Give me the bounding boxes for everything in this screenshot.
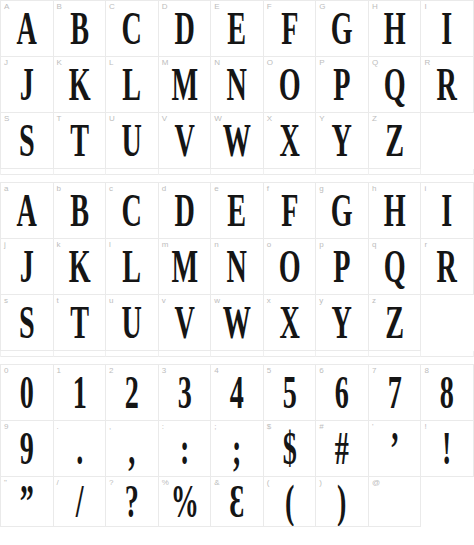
- char-glyph: 1: [64, 365, 95, 420]
- char-cell: &Ɛ: [211, 477, 264, 527]
- char-cell: uU: [106, 295, 159, 351]
- char-code-label: 9: [4, 422, 8, 432]
- char-cell: ##: [316, 421, 369, 477]
- char-glyph: B: [64, 183, 95, 238]
- char-code-label: $: [267, 422, 271, 432]
- char-cell: 11: [54, 365, 107, 421]
- char-glyph: F: [274, 1, 305, 56]
- char-glyph: 0: [11, 365, 42, 420]
- char-code-label: V: [162, 114, 167, 124]
- section-gap: [0, 175, 474, 182]
- char-code-label: b: [57, 184, 61, 194]
- char-cell: eE: [211, 183, 264, 239]
- char-code-label: O: [267, 58, 273, 68]
- char-cell: TT: [54, 113, 107, 169]
- char-code-label: &: [214, 478, 219, 488]
- char-glyph: E: [222, 183, 253, 238]
- char-code-label: Q: [372, 58, 378, 68]
- char-glyph: Y: [327, 113, 358, 168]
- char-code-label: ): [319, 478, 322, 488]
- char-code-label: X: [267, 114, 272, 124]
- char-code-label: ": [4, 478, 7, 488]
- char-glyph: I: [432, 183, 463, 238]
- char-glyph: C: [116, 183, 147, 238]
- char-code-label: #: [319, 422, 323, 432]
- char-code-label: R: [424, 58, 430, 68]
- char-cell: ::: [159, 421, 212, 477]
- char-code-label: k: [57, 240, 61, 250]
- spacer-cell: [159, 169, 212, 175]
- char-code-label: A: [4, 2, 9, 12]
- char-cell: %%: [159, 477, 212, 527]
- char-code-label: I: [424, 2, 426, 12]
- char-cell: VV: [159, 113, 212, 169]
- char-code-label: P: [319, 58, 324, 68]
- char-cell: FF: [264, 1, 317, 57]
- char-code-label: m: [162, 240, 169, 250]
- spacer-cell: [1, 169, 54, 175]
- char-glyph: U: [116, 295, 147, 350]
- char-glyph: Ɛ: [222, 477, 253, 526]
- spacer-cell: [106, 169, 159, 175]
- char-glyph: ”: [11, 477, 42, 526]
- char-cell: iI: [421, 183, 474, 239]
- char-code-label: y: [319, 296, 323, 306]
- char-glyph: 9: [11, 421, 42, 476]
- char-glyph: O: [274, 239, 305, 294]
- char-code-label: ?: [109, 478, 113, 488]
- char-code-label: !: [424, 422, 426, 432]
- char-cell: )): [316, 477, 369, 527]
- char-cell: oO: [264, 239, 317, 295]
- char-glyph: W: [222, 295, 253, 350]
- char-glyph: :: [169, 421, 200, 476]
- char-glyph: 3: [169, 365, 200, 420]
- char-cell: hH: [369, 183, 422, 239]
- spacer-cell: [369, 169, 422, 175]
- char-glyph: H: [379, 183, 410, 238]
- char-cell: ;;: [211, 421, 264, 477]
- spacer-cell: [264, 169, 317, 175]
- char-glyph: N: [222, 57, 253, 112]
- char-cell: RR: [421, 57, 474, 113]
- char-code-label: q: [372, 240, 376, 250]
- spacer-cell: [316, 351, 369, 357]
- char-cell: YY: [316, 113, 369, 169]
- char-glyph: 6: [327, 365, 358, 420]
- char-glyph: A: [11, 183, 42, 238]
- char-cell: gG: [316, 183, 369, 239]
- char-cell: HH: [369, 1, 422, 57]
- char-cell: GG: [316, 1, 369, 57]
- char-glyph: N: [222, 239, 253, 294]
- char-cell: ??: [106, 477, 159, 527]
- char-cell: WW: [211, 113, 264, 169]
- char-glyph: W: [222, 113, 253, 168]
- char-code-label: 6: [319, 366, 323, 376]
- char-glyph: C: [116, 1, 147, 56]
- char-code-label: T: [57, 114, 62, 124]
- char-code-label: (: [267, 478, 270, 488]
- char-code-label: p: [319, 240, 323, 250]
- char-glyph: G: [327, 183, 358, 238]
- char-code-label: D: [162, 2, 168, 12]
- char-glyph: R: [432, 239, 463, 294]
- char-cell: CC: [106, 1, 159, 57]
- char-glyph: #: [327, 421, 358, 476]
- char-cell: ((: [264, 477, 317, 527]
- char-cell: kK: [54, 239, 107, 295]
- char-cell: 66: [316, 365, 369, 421]
- spacer-cell: [211, 169, 264, 175]
- char-glyph: 2: [116, 365, 147, 420]
- char-glyph: P: [327, 239, 358, 294]
- char-cell: UU: [106, 113, 159, 169]
- char-cell: '’: [369, 421, 422, 477]
- char-glyph: S: [11, 295, 42, 350]
- char-code-label: ,: [109, 422, 111, 432]
- char-cell: XX: [264, 113, 317, 169]
- char-code-label: B: [57, 2, 62, 12]
- char-glyph: .: [64, 421, 95, 476]
- char-cell: 99: [1, 421, 54, 477]
- char-cell: ..: [54, 421, 107, 477]
- char-glyph: B: [64, 1, 95, 56]
- char-glyph: J: [11, 239, 42, 294]
- char-cell: MM: [159, 57, 212, 113]
- char-code-label: :: [162, 422, 164, 432]
- char-glyph: (: [274, 477, 305, 526]
- char-cell: NN: [211, 57, 264, 113]
- char-cell: JJ: [1, 57, 54, 113]
- char-glyph: D: [169, 1, 200, 56]
- char-code-label: /: [57, 478, 59, 488]
- spacer-cell: [1, 351, 54, 357]
- char-glyph: I: [432, 1, 463, 56]
- char-cell: nN: [211, 239, 264, 295]
- char-glyph: L: [116, 239, 147, 294]
- spacer-cell: [106, 351, 159, 357]
- char-code-label: E: [214, 2, 219, 12]
- char-code-label: F: [267, 2, 272, 12]
- char-glyph: Q: [379, 239, 410, 294]
- spacer-cell: [421, 351, 474, 357]
- char-cell: rR: [421, 239, 474, 295]
- char-code-label: n: [214, 240, 218, 250]
- char-glyph: ,: [116, 421, 147, 476]
- char-cell: xX: [264, 295, 317, 351]
- char-cell: sS: [1, 295, 54, 351]
- char-glyph: M: [169, 57, 200, 112]
- char-glyph: ’: [379, 421, 410, 476]
- char-glyph: G: [327, 1, 358, 56]
- char-code-label: o: [267, 240, 271, 250]
- char-glyph: D: [169, 183, 200, 238]
- section-digits-punctuation: 00112233445566778899..,,::;;$$##'’!!"”//…: [0, 364, 474, 527]
- char-cell: 77: [369, 365, 422, 421]
- char-code-label: H: [372, 2, 378, 12]
- char-cell: ,,: [106, 421, 159, 477]
- char-code-label: e: [214, 184, 218, 194]
- char-cell: 22: [106, 365, 159, 421]
- character-map: AABBCCDDEEFFGGHHIIJJKKLLMMNNOOPPQQRRSSTT…: [0, 0, 474, 527]
- char-code-label: 2: [109, 366, 113, 376]
- char-cell: LL: [106, 57, 159, 113]
- char-glyph: Z: [379, 295, 410, 350]
- char-cell: wW: [211, 295, 264, 351]
- char-code-label: Y: [319, 114, 324, 124]
- char-glyph: ?: [116, 477, 147, 526]
- char-glyph: X: [274, 295, 305, 350]
- char-code-label: w: [214, 296, 220, 306]
- char-cell: cC: [106, 183, 159, 239]
- char-code-label: 0: [4, 366, 8, 376]
- char-cell: tT: [54, 295, 107, 351]
- char-glyph: 5: [274, 365, 305, 420]
- char-glyph: T: [64, 295, 95, 350]
- char-code-label: C: [109, 2, 115, 12]
- section-lowercase: aAbBcCdDeEfFgGhHiIjJkKlLmMnNoOpPqQrRsStT…: [0, 182, 474, 351]
- char-cell: vV: [159, 295, 212, 351]
- char-code-label: 3: [162, 366, 166, 376]
- char-glyph: [379, 477, 410, 526]
- section-spacer: [0, 169, 474, 175]
- char-cell: 33: [159, 365, 212, 421]
- char-cell: qQ: [369, 239, 422, 295]
- char-glyph: A: [11, 1, 42, 56]
- char-glyph: T: [64, 113, 95, 168]
- char-code-label: j: [4, 240, 6, 250]
- spacer-cell: [211, 351, 264, 357]
- char-code-label: t: [57, 296, 59, 306]
- char-cell: QQ: [369, 57, 422, 113]
- char-glyph: !: [432, 421, 463, 476]
- char-code-label: x: [267, 296, 271, 306]
- spacer-cell: [54, 169, 107, 175]
- char-cell: 00: [1, 365, 54, 421]
- empty-slot: [421, 477, 474, 527]
- char-cell: 55: [264, 365, 317, 421]
- char-code-label: c: [109, 184, 113, 194]
- char-code-label: 5: [267, 366, 271, 376]
- char-code-label: f: [267, 184, 269, 194]
- char-glyph: H: [379, 1, 410, 56]
- section-uppercase: AABBCCDDEEFFGGHHIIJJKKLLMMNNOOPPQQRRSSTT…: [0, 0, 474, 169]
- char-code-label: L: [109, 58, 113, 68]
- char-cell: //: [54, 477, 107, 527]
- char-glyph: S: [11, 113, 42, 168]
- char-glyph: 8: [432, 365, 463, 420]
- char-glyph: Y: [327, 295, 358, 350]
- char-glyph: Z: [379, 113, 410, 168]
- char-glyph: V: [169, 295, 200, 350]
- char-code-label: s: [4, 296, 8, 306]
- char-code-label: u: [109, 296, 113, 306]
- char-code-label: S: [4, 114, 9, 124]
- spacer-cell: [159, 351, 212, 357]
- char-code-label: 4: [214, 366, 218, 376]
- char-code-label: ': [372, 422, 374, 432]
- char-code-label: h: [372, 184, 376, 194]
- char-glyph: 7: [379, 365, 410, 420]
- char-code-label: .: [57, 422, 59, 432]
- char-glyph: $: [274, 421, 305, 476]
- char-code-label: 8: [424, 366, 428, 376]
- char-code-label: 1: [57, 366, 61, 376]
- char-glyph: /: [64, 477, 95, 526]
- empty-slot: [421, 113, 474, 169]
- char-cell: @: [369, 477, 422, 527]
- char-code-label: M: [162, 58, 169, 68]
- char-glyph: 4: [222, 365, 253, 420]
- section-spacer: [0, 351, 474, 357]
- char-cell: yY: [316, 295, 369, 351]
- char-cell: !!: [421, 421, 474, 477]
- char-glyph: U: [116, 113, 147, 168]
- char-code-label: v: [162, 296, 166, 306]
- spacer-cell: [369, 351, 422, 357]
- char-cell: BB: [54, 1, 107, 57]
- char-code-label: %: [162, 478, 169, 488]
- char-cell: mM: [159, 239, 212, 295]
- char-cell: II: [421, 1, 474, 57]
- char-glyph: ;: [222, 421, 253, 476]
- char-cell: dD: [159, 183, 212, 239]
- char-code-label: d: [162, 184, 166, 194]
- char-code-label: i: [424, 184, 426, 194]
- char-glyph: X: [274, 113, 305, 168]
- char-code-label: l: [109, 240, 111, 250]
- char-glyph: P: [327, 57, 358, 112]
- char-glyph: K: [64, 239, 95, 294]
- char-glyph: F: [274, 183, 305, 238]
- char-code-label: ;: [214, 422, 216, 432]
- char-code-label: g: [319, 184, 323, 194]
- spacer-cell: [54, 351, 107, 357]
- char-cell: zZ: [369, 295, 422, 351]
- char-glyph: E: [222, 1, 253, 56]
- char-cell: PP: [316, 57, 369, 113]
- char-code-label: Z: [372, 114, 377, 124]
- char-cell: $$: [264, 421, 317, 477]
- char-code-label: a: [4, 184, 8, 194]
- char-code-label: z: [372, 296, 376, 306]
- char-code-label: 7: [372, 366, 376, 376]
- char-glyph: M: [169, 239, 200, 294]
- char-cell: AA: [1, 1, 54, 57]
- char-cell: 88: [421, 365, 474, 421]
- char-glyph: L: [116, 57, 147, 112]
- char-glyph: ): [327, 477, 358, 526]
- char-glyph: %: [169, 477, 200, 526]
- char-cell: "”: [1, 477, 54, 527]
- char-code-label: N: [214, 58, 220, 68]
- char-cell: SS: [1, 113, 54, 169]
- char-glyph: J: [11, 57, 42, 112]
- char-cell: pP: [316, 239, 369, 295]
- char-cell: DD: [159, 1, 212, 57]
- char-cell: jJ: [1, 239, 54, 295]
- char-cell: EE: [211, 1, 264, 57]
- char-glyph: R: [432, 57, 463, 112]
- spacer-cell: [316, 169, 369, 175]
- char-cell: KK: [54, 57, 107, 113]
- char-code-label: J: [4, 58, 8, 68]
- char-cell: ZZ: [369, 113, 422, 169]
- char-code-label: K: [57, 58, 62, 68]
- char-glyph: K: [64, 57, 95, 112]
- char-code-label: G: [319, 2, 325, 12]
- char-cell: lL: [106, 239, 159, 295]
- char-code-label: U: [109, 114, 115, 124]
- char-cell: bB: [54, 183, 107, 239]
- char-cell: OO: [264, 57, 317, 113]
- char-code-label: r: [424, 240, 427, 250]
- char-glyph: V: [169, 113, 200, 168]
- spacer-cell: [264, 351, 317, 357]
- empty-slot: [421, 295, 474, 351]
- char-cell: fF: [264, 183, 317, 239]
- char-cell: aA: [1, 183, 54, 239]
- spacer-cell: [421, 169, 474, 175]
- char-glyph: Q: [379, 57, 410, 112]
- char-cell: 44: [211, 365, 264, 421]
- section-gap: [0, 357, 474, 364]
- char-glyph: O: [274, 57, 305, 112]
